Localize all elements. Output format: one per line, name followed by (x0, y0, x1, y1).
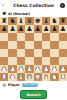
square-b6[interactable] (8, 33, 16, 41)
restart-button[interactable]: Restart (20, 90, 46, 99)
black-rook: ♜ (60, 17, 66, 25)
white-pawn: ♟ (43, 65, 49, 73)
square-c7[interactable]: ♟ (17, 25, 25, 33)
square-b2[interactable]: ♟ (8, 65, 16, 73)
chess-board: ♜♞♝♛♚♝♞♜♟♟♟♟♟♟♟♟♟♟♟♟♟♟♟♟♜♞♝♛♚♝♞♜ (0, 17, 67, 81)
white-rook: ♜ (60, 73, 66, 81)
black-king-icon: ♚ (2, 11, 6, 16)
square-e1[interactable]: ♚ (34, 73, 42, 81)
square-f6[interactable] (42, 33, 50, 41)
turn-badge: Your turn (22, 83, 39, 87)
white-pawn: ♟ (26, 65, 32, 73)
white-pawn: ♟ (18, 65, 24, 73)
square-d8[interactable]: ♛ (25, 17, 33, 25)
square-c6[interactable] (17, 33, 25, 41)
black-knight: ♞ (9, 17, 15, 25)
square-h7[interactable]: ♟ (59, 25, 67, 33)
square-a2[interactable]: ♟ (0, 65, 8, 73)
square-a7[interactable]: ♟ (0, 25, 8, 33)
square-a6[interactable] (0, 33, 8, 41)
square-g4[interactable] (50, 49, 58, 57)
square-e3[interactable] (34, 57, 42, 65)
black-pawn: ♟ (51, 25, 57, 33)
white-pawn: ♟ (35, 65, 41, 73)
square-d3[interactable] (25, 57, 33, 65)
black-rook: ♜ (1, 17, 7, 25)
opponent-name: AI (Normal) (8, 12, 30, 16)
white-pawn: ♟ (51, 65, 57, 73)
white-queen: ♛ (26, 73, 32, 81)
footer: Restart (0, 89, 67, 100)
white-knight: ♞ (9, 73, 15, 81)
black-king: ♚ (35, 17, 41, 25)
black-bishop: ♝ (18, 17, 24, 25)
black-queen: ♛ (26, 17, 32, 25)
black-pawn: ♟ (1, 25, 7, 33)
square-d7[interactable]: ♟ (25, 25, 33, 33)
square-f8[interactable]: ♝ (42, 17, 50, 25)
white-king-icon: ♔ (2, 83, 6, 88)
square-c1[interactable]: ♝ (17, 73, 25, 81)
square-f3[interactable] (42, 57, 50, 65)
square-f5[interactable] (42, 41, 50, 49)
black-pawn: ♟ (18, 25, 24, 33)
white-bishop: ♝ (43, 73, 49, 81)
square-d5[interactable] (25, 41, 33, 49)
square-f2[interactable]: ♟ (42, 65, 50, 73)
square-h3[interactable] (59, 57, 67, 65)
chess-app: ‹ Chess Collection ♚ AI (Normal) ♜♞♝♛♚♝♞… (0, 0, 67, 100)
square-e8[interactable]: ♚ (34, 17, 42, 25)
player-name: Player (8, 83, 20, 87)
white-king: ♚ (35, 73, 41, 81)
square-g2[interactable]: ♟ (50, 65, 58, 73)
square-g3[interactable] (50, 57, 58, 65)
square-e5[interactable] (34, 41, 42, 49)
square-e7[interactable]: ♟ (34, 25, 42, 33)
black-pawn: ♟ (60, 25, 66, 33)
square-a4[interactable] (0, 49, 8, 57)
square-h2[interactable]: ♟ (59, 65, 67, 73)
square-a3[interactable] (0, 57, 8, 65)
square-a8[interactable]: ♜ (0, 17, 8, 25)
white-pawn: ♟ (9, 65, 15, 73)
square-f1[interactable]: ♝ (42, 73, 50, 81)
black-knight: ♞ (51, 17, 57, 25)
square-e6[interactable] (34, 33, 42, 41)
player-row: ♔ Player Your turn (0, 81, 67, 89)
white-knight: ♞ (51, 73, 57, 81)
square-g5[interactable] (50, 41, 58, 49)
white-rook: ♜ (1, 73, 7, 81)
square-b3[interactable] (8, 57, 16, 65)
square-e2[interactable]: ♟ (34, 65, 42, 73)
square-b4[interactable] (8, 49, 16, 57)
square-g8[interactable]: ♞ (50, 17, 58, 25)
square-d1[interactable]: ♛ (25, 73, 33, 81)
square-h6[interactable] (59, 33, 67, 41)
square-c8[interactable]: ♝ (17, 17, 25, 25)
square-b7[interactable]: ♟ (8, 25, 16, 33)
square-e4[interactable] (34, 49, 42, 57)
white-pawn: ♟ (1, 65, 7, 73)
square-d2[interactable]: ♟ (25, 65, 33, 73)
page-title: Chess Collection (0, 3, 67, 8)
square-h1[interactable]: ♜ (59, 73, 67, 81)
opponent-row: ♚ AI (Normal) (0, 10, 67, 17)
settings-button[interactable] (60, 3, 65, 8)
header: ‹ Chess Collection (0, 0, 67, 10)
square-h4[interactable] (59, 49, 67, 57)
square-h5[interactable] (59, 41, 67, 49)
white-pawn: ♟ (60, 65, 66, 73)
square-c3[interactable] (17, 57, 25, 65)
square-c5[interactable] (17, 41, 25, 49)
white-bishop: ♝ (18, 73, 24, 81)
square-b8[interactable]: ♞ (8, 17, 16, 25)
square-c4[interactable] (17, 49, 25, 57)
black-pawn: ♟ (43, 25, 49, 33)
square-c2[interactable]: ♟ (17, 65, 25, 73)
square-f4[interactable] (42, 49, 50, 57)
square-b1[interactable]: ♞ (8, 73, 16, 81)
square-g6[interactable] (50, 33, 58, 41)
square-h8[interactable]: ♜ (59, 17, 67, 25)
square-a1[interactable]: ♜ (0, 73, 8, 81)
square-d6[interactable] (25, 33, 33, 41)
black-bishop: ♝ (43, 17, 49, 25)
black-pawn: ♟ (35, 25, 41, 33)
square-a5[interactable] (0, 41, 8, 49)
square-g7[interactable]: ♟ (50, 25, 58, 33)
black-pawn: ♟ (26, 25, 32, 33)
square-g1[interactable]: ♞ (50, 73, 58, 81)
square-f7[interactable]: ♟ (42, 25, 50, 33)
black-pawn: ♟ (9, 25, 15, 33)
square-b5[interactable] (8, 41, 16, 49)
square-d4[interactable] (25, 49, 33, 57)
